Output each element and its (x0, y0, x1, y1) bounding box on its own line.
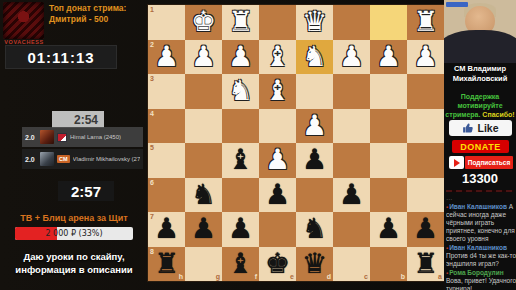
top-donation-value: Дмитрий - 500 (49, 14, 146, 25)
chat-user-icon: ▪ (446, 204, 448, 210)
black-pawn[interactable]: ♟ (222, 212, 259, 246)
chat-user-icon: ▪ (446, 245, 448, 251)
players-list: 2.0 Himal Lama (2450) 2.0 CM Vladimir Mi… (22, 127, 143, 171)
square-c3[interactable] (333, 74, 370, 109)
square-h3[interactable]: 3 (148, 74, 185, 109)
square-g2[interactable]: ♟ (185, 40, 222, 75)
chess-board[interactable]: 1♚♜♛♜2♟♟♟♝♞♟♟♟3♞♝4♟5♝♟♟6♞♟♟7♟♟♟♞♟♟8h♜gf♝… (148, 5, 444, 281)
square-e4[interactable] (259, 109, 296, 144)
square-c4[interactable] (333, 109, 370, 144)
support-message: Поддержка мотивируйте стримера. Спасибо! (444, 92, 516, 119)
black-knight[interactable]: ♞ (296, 212, 333, 246)
square-b5[interactable] (370, 143, 407, 178)
file-label-e: e (290, 273, 294, 280)
file-label-h: h (179, 273, 183, 280)
chat-username[interactable]: Иван Калашников (449, 203, 509, 210)
opponent-name: Himal Lama (2450) (70, 134, 121, 140)
black-bishop[interactable]: ♝ (222, 143, 259, 177)
lessons-info: Даю уроки по скайпу, информация в описан… (4, 250, 144, 276)
square-d5[interactable]: ♟ (296, 143, 333, 178)
goal-title: ТВ + Блиц арена за Щит (8, 213, 140, 223)
square-d8[interactable]: d♛ (296, 247, 333, 282)
square-b4[interactable] (370, 109, 407, 144)
file-label-g: g (216, 273, 220, 280)
streamer-name-row: Vladimir Mikhailovsky (2767) (73, 156, 140, 162)
file-label-c: c (364, 273, 368, 280)
black-pawn[interactable]: ♟ (333, 178, 370, 212)
subscribe-row: Подписаться (449, 156, 513, 169)
opponent-clock-value: 2:54 (74, 113, 98, 127)
opponent-clock: 2:54 (52, 111, 104, 128)
square-f2[interactable]: ♟ (222, 40, 259, 75)
white-pawn[interactable]: ♟ (296, 109, 333, 143)
white-pawn[interactable]: ♟ (370, 40, 407, 74)
square-a3[interactable] (407, 74, 444, 109)
chat-partial-line: … (446, 194, 516, 202)
support-line-1: Поддержка мотивируйте (444, 92, 516, 110)
subscribe-button[interactable]: Подписаться (465, 156, 513, 169)
rank-label-6: 6 (150, 179, 154, 186)
chat-text: Против d4 ты же как-то эндшпиля играл? (446, 252, 516, 267)
white-pawn[interactable]: ♟ (185, 40, 222, 74)
square-e8[interactable]: e♚ (259, 247, 296, 282)
like-button[interactable]: Like (449, 120, 512, 136)
stream-timer-value: 01:11:13 (27, 49, 94, 66)
square-d2[interactable]: ♞ (296, 40, 333, 75)
rank-label-1: 1 (150, 6, 154, 13)
lessons-line-2: информация в описании (4, 263, 144, 276)
white-pawn[interactable]: ♟ (259, 143, 296, 177)
file-label-d: d (327, 273, 331, 280)
white-queen[interactable]: ♛ (296, 5, 333, 39)
square-h4[interactable]: 4 (148, 109, 185, 144)
player-clock: 2:57 (58, 181, 114, 201)
square-b8[interactable]: b (370, 247, 407, 282)
square-b7[interactable]: ♟ (370, 212, 407, 247)
square-e1[interactable] (259, 5, 296, 40)
square-h5[interactable]: 5 (148, 143, 185, 178)
square-g8[interactable]: g (185, 247, 222, 282)
flag-icon (57, 133, 67, 142)
square-a7[interactable]: ♟ (407, 212, 444, 247)
rank-label-4: 4 (150, 110, 154, 117)
streamer-title-line-2: Михайловский (444, 74, 516, 84)
square-a4[interactable] (407, 109, 444, 144)
goal-progress-bar: 2 000 ₽ (33%) (15, 227, 133, 240)
square-a2[interactable]: ♟ (407, 40, 444, 75)
square-f6[interactable] (222, 178, 259, 213)
chat-username[interactable]: Рома Бородулин (449, 269, 504, 276)
opponent-avatar (40, 130, 54, 144)
square-c1[interactable] (333, 5, 370, 40)
thumbs-up-icon (462, 122, 474, 134)
black-pawn[interactable]: ♟ (370, 212, 407, 246)
square-d4[interactable]: ♟ (296, 109, 333, 144)
square-f8[interactable]: f♝ (222, 247, 259, 282)
square-h7[interactable]: 7♟ (148, 212, 185, 247)
white-bishop[interactable]: ♝ (259, 40, 296, 74)
square-b1[interactable] (370, 5, 407, 40)
opponent-score: 2.0 (25, 134, 37, 141)
file-label-b: b (401, 273, 405, 280)
streamer-score: 2.0 (25, 156, 37, 163)
streamer-title: СМ Владимир Михайловский (444, 64, 516, 84)
square-c5[interactable] (333, 143, 370, 178)
rank-label-7: 7 (150, 213, 154, 220)
square-h1[interactable]: 1 (148, 5, 185, 40)
subscriber-count: 13300 (444, 171, 516, 186)
square-e2[interactable]: ♝ (259, 40, 296, 75)
rank-label-8: 8 (150, 248, 154, 255)
chat-message: ▪Иван Калашников Против d4 ты же как-то … (446, 244, 516, 268)
square-f5[interactable]: ♝ (222, 143, 259, 178)
youtube-play-icon (449, 156, 464, 169)
streamer-avatar (40, 152, 54, 166)
square-d3[interactable] (296, 74, 333, 109)
stream-timer: 01:11:13 (5, 45, 117, 69)
chat-message: ▪Иван Калашников А сейчас иногда даже чё… (446, 203, 516, 243)
black-knight[interactable]: ♞ (185, 178, 222, 212)
square-c7[interactable] (333, 212, 370, 247)
support-line-2-yellow: Спасибо! (482, 111, 514, 118)
black-pawn[interactable]: ♟ (296, 143, 333, 177)
square-h8[interactable]: 8h♜ (148, 247, 185, 282)
square-g7[interactable]: ♟ (185, 212, 222, 247)
black-pawn[interactable]: ♟ (407, 212, 444, 246)
goal-progress-text: 2 000 ₽ (33%) (15, 227, 133, 240)
square-a1[interactable]: ♜ (407, 5, 444, 40)
webcam-video (444, 0, 516, 63)
square-f3[interactable]: ♞ (222, 74, 259, 109)
cm-title-badge: CM (57, 155, 70, 163)
square-g6[interactable]: ♞ (185, 178, 222, 213)
player-clock-value: 2:57 (71, 183, 101, 200)
white-bishop[interactable]: ♝ (259, 74, 296, 108)
square-d1[interactable]: ♛ (296, 5, 333, 40)
chat-username[interactable]: Иван Калашников (449, 244, 507, 251)
white-rook[interactable]: ♜ (407, 5, 444, 39)
square-h6[interactable]: 6 (148, 178, 185, 213)
chat-panel[interactable]: …▪Иван Калашников А сейчас иногда даже ч… (446, 194, 516, 290)
rank-label-2: 2 (150, 41, 154, 48)
donate-label: DONATE (460, 142, 500, 152)
square-c8[interactable]: c (333, 247, 370, 282)
white-rook[interactable]: ♜ (222, 5, 259, 39)
rank-label-5: 5 (150, 144, 154, 151)
top-donation-block: Топ донат стрима: Дмитрий - 500 (49, 3, 146, 25)
square-a5[interactable] (407, 143, 444, 178)
player-row-opponent[interactable]: 2.0 Himal Lama (2450) (22, 127, 143, 147)
square-c6[interactable]: ♟ (333, 178, 370, 213)
chat-divider (446, 190, 514, 192)
square-h2[interactable]: 2♟ (148, 40, 185, 75)
white-pawn[interactable]: ♟ (222, 40, 259, 74)
square-b3[interactable] (370, 74, 407, 109)
chat-message: ▪Рома Бородулин Вова, привет! Удачного т… (446, 269, 516, 290)
white-pawn[interactable]: ♟ (407, 40, 444, 74)
vovachess-logo (3, 2, 44, 39)
chat-user-icon: ▪ (446, 270, 448, 276)
white-pawn[interactable]: ♟ (333, 40, 370, 74)
white-knight[interactable]: ♞ (222, 74, 259, 108)
donate-button[interactable]: DONATE (452, 140, 509, 153)
support-line-2-green: стримера. (445, 111, 480, 118)
white-king[interactable]: ♚ (185, 5, 222, 39)
square-e6[interactable]: ♟ (259, 178, 296, 213)
square-d7[interactable]: ♞ (296, 212, 333, 247)
square-e3[interactable]: ♝ (259, 74, 296, 109)
like-label: Like (477, 122, 498, 134)
square-d6[interactable] (296, 178, 333, 213)
webcam-torso (444, 30, 516, 63)
square-g4[interactable] (185, 109, 222, 144)
square-e5[interactable]: ♟ (259, 143, 296, 178)
stream-sidebar: СМ Владимир Михайловский Поддержка мотив… (444, 0, 516, 290)
square-g1[interactable]: ♚ (185, 5, 222, 40)
top-donation-label: Топ донат стрима: (49, 3, 146, 14)
file-label-f: f (255, 273, 257, 280)
black-bishop[interactable]: ♝ (222, 247, 259, 281)
square-b2[interactable]: ♟ (370, 40, 407, 75)
black-pawn[interactable]: ♟ (185, 212, 222, 246)
rank-label-3: 3 (150, 75, 154, 82)
streamer-title-line-1: СМ Владимир (444, 64, 516, 74)
square-e7[interactable] (259, 212, 296, 247)
square-f1[interactable]: ♜ (222, 5, 259, 40)
square-a6[interactable] (407, 178, 444, 213)
webcam-name-tag (446, 2, 468, 7)
player-row-streamer[interactable]: 2.0 CM Vladimir Mikhailovsky (2767) (22, 149, 143, 169)
chat-text: Вова, привет! Удачного турнира! (446, 277, 516, 290)
file-label-a: a (438, 273, 442, 280)
square-b6[interactable] (370, 178, 407, 213)
subscribe-label: Подписаться (468, 159, 511, 166)
square-g5[interactable] (185, 143, 222, 178)
lessons-line-1: Даю уроки по скайпу, (4, 250, 144, 263)
square-a8[interactable]: a♜ (407, 247, 444, 282)
square-g3[interactable] (185, 74, 222, 109)
square-f4[interactable] (222, 109, 259, 144)
black-pawn[interactable]: ♟ (259, 178, 296, 212)
square-c2[interactable]: ♟ (333, 40, 370, 75)
square-f7[interactable]: ♟ (222, 212, 259, 247)
white-knight[interactable]: ♞ (296, 40, 333, 74)
